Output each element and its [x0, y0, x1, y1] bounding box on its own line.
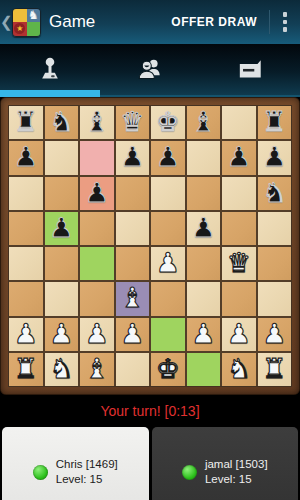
- square-a8[interactable]: ♜: [9, 106, 43, 139]
- black-knight: ♞: [262, 179, 286, 206]
- online-status-icon: [33, 465, 48, 480]
- back-icon[interactable]: ❮: [0, 0, 12, 44]
- action-bar: ❮ ♞ ★ Game OFFER DRAW: [0, 0, 300, 44]
- app-icon[interactable]: ♞ ★: [12, 8, 41, 37]
- square-g2[interactable]: ♟: [222, 318, 256, 351]
- app-icon-star-quadrant: ★: [13, 22, 27, 36]
- app-icon-knight-quadrant: ♞: [27, 9, 41, 23]
- square-d4[interactable]: [116, 247, 150, 280]
- turn-status-text: Your turn! [0:13]: [100, 403, 199, 419]
- square-a6[interactable]: [9, 177, 43, 210]
- tab-strip: [0, 44, 300, 97]
- square-e6[interactable]: [151, 177, 185, 210]
- app-icon-green-quadrant: [27, 22, 41, 36]
- square-h2[interactable]: ♟: [258, 318, 292, 351]
- square-e4[interactable]: ♟: [151, 247, 185, 280]
- black-pawn: ♟: [120, 143, 144, 170]
- square-g8[interactable]: [222, 106, 256, 139]
- square-b2[interactable]: ♟: [45, 318, 79, 351]
- black-rook: ♜: [262, 108, 286, 135]
- square-c2[interactable]: ♟: [80, 318, 114, 351]
- black-queen: ♛: [120, 108, 144, 135]
- square-f5[interactable]: ♟: [187, 212, 221, 245]
- square-h6[interactable]: ♞: [258, 177, 292, 210]
- square-a2[interactable]: ♟: [9, 318, 43, 351]
- square-a1[interactable]: ♜: [9, 353, 43, 386]
- white-bishop: ♝: [85, 355, 109, 382]
- square-c6[interactable]: ♟: [80, 177, 114, 210]
- offer-draw-button[interactable]: OFFER DRAW: [159, 0, 269, 44]
- square-e3[interactable]: [151, 282, 185, 315]
- player-name: jamal [1503]: [205, 457, 268, 472]
- square-c8[interactable]: ♝: [80, 106, 114, 139]
- square-f4[interactable]: [187, 247, 221, 280]
- square-g4[interactable]: ♛: [222, 247, 256, 280]
- square-h7[interactable]: ♟: [258, 141, 292, 174]
- white-king: ♚: [156, 355, 180, 382]
- chess-board: ♜♞♝♛♚♝♜♟♟♟♟♟♟♞♟♟♟♛♝♟♟♟♟♟♟♟♜♞♝♚♞♜: [8, 105, 292, 387]
- chess-board-frame: ♜♞♝♛♚♝♜♟♟♟♟♟♟♞♟♟♟♛♝♟♟♟♟♟♟♟♜♞♝♚♞♜: [0, 97, 300, 395]
- white-rook: ♜: [14, 355, 38, 382]
- people-icon: [135, 55, 165, 85]
- square-b8[interactable]: ♞: [45, 106, 79, 139]
- tab-chat[interactable]: [200, 44, 300, 95]
- square-d3[interactable]: ♝: [116, 282, 150, 315]
- square-d2[interactable]: ♟: [116, 318, 150, 351]
- square-c4[interactable]: [80, 247, 114, 280]
- player-card-white: Chris [1469] Level: 15: [2, 427, 149, 500]
- square-b1[interactable]: ♞: [45, 353, 79, 386]
- player-name: Chris [1469]: [56, 457, 118, 472]
- player-level: Level: 15: [56, 472, 118, 487]
- black-pawn: ♟: [227, 143, 251, 170]
- status-bar: Your turn! [0:13]: [0, 395, 300, 427]
- black-pawn: ♟: [191, 214, 215, 241]
- square-a7[interactable]: ♟: [9, 141, 43, 174]
- black-pawn: ♟: [14, 143, 38, 170]
- square-e1[interactable]: ♚: [151, 353, 185, 386]
- white-pawn: ♟: [262, 320, 286, 347]
- white-rook: ♜: [262, 355, 286, 382]
- square-b6[interactable]: [45, 177, 79, 210]
- black-pawn: ♟: [262, 143, 286, 170]
- square-d8[interactable]: ♛: [116, 106, 150, 139]
- chat-icon: [235, 55, 265, 85]
- square-g1[interactable]: ♞: [222, 353, 256, 386]
- page-title: Game: [49, 12, 159, 32]
- black-pawn: ♟: [85, 179, 109, 206]
- black-rook: ♜: [14, 108, 38, 135]
- square-f7[interactable]: [187, 141, 221, 174]
- player-cards: Chris [1469] Level: 15 jamal [1503] Leve…: [0, 427, 300, 500]
- square-f1[interactable]: [187, 353, 221, 386]
- white-queen: ♛: [227, 249, 251, 276]
- square-f6[interactable]: [187, 177, 221, 210]
- square-g7[interactable]: ♟: [222, 141, 256, 174]
- app-icon-gold-quadrant: [13, 9, 27, 23]
- square-e8[interactable]: ♚: [151, 106, 185, 139]
- square-f8[interactable]: ♝: [187, 106, 221, 139]
- square-d5[interactable]: [116, 212, 150, 245]
- white-pawn: ♟: [227, 320, 251, 347]
- white-pawn: ♟: [49, 320, 73, 347]
- square-e7[interactable]: ♟: [151, 141, 185, 174]
- player-card-black: jamal [1503] Level: 15: [152, 427, 299, 500]
- square-a3[interactable]: [9, 282, 43, 315]
- square-h5[interactable]: [258, 212, 292, 245]
- square-f3[interactable]: [187, 282, 221, 315]
- white-bishop: ♝: [120, 284, 144, 311]
- tab-players[interactable]: [100, 44, 200, 95]
- white-knight: ♞: [227, 355, 251, 382]
- white-knight: ♞: [49, 355, 73, 382]
- player-level: Level: 15: [205, 472, 268, 487]
- online-status-icon: [182, 465, 197, 480]
- square-a5[interactable]: [9, 212, 43, 245]
- square-h8[interactable]: ♜: [258, 106, 292, 139]
- black-knight: ♞: [49, 108, 73, 135]
- square-e5[interactable]: [151, 212, 185, 245]
- joystick-icon: [35, 55, 65, 85]
- tab-game[interactable]: [0, 44, 100, 95]
- square-b3[interactable]: [45, 282, 79, 315]
- square-b7[interactable]: [45, 141, 79, 174]
- square-d6[interactable]: [116, 177, 150, 210]
- square-d1[interactable]: [116, 353, 150, 386]
- star-icon: ★: [16, 25, 23, 33]
- square-c1[interactable]: ♝: [80, 353, 114, 386]
- square-a4[interactable]: [9, 247, 43, 280]
- square-g6[interactable]: [222, 177, 256, 210]
- black-pawn: ♟: [156, 143, 180, 170]
- white-pawn: ♟: [14, 320, 38, 347]
- square-b5[interactable]: ♟: [45, 212, 79, 245]
- square-d7[interactable]: ♟: [116, 141, 150, 174]
- square-b4[interactable]: [45, 247, 79, 280]
- white-pawn: ♟: [85, 320, 109, 347]
- white-pawn: ♟: [156, 249, 180, 276]
- square-h1[interactable]: ♜: [258, 353, 292, 386]
- square-h4[interactable]: [258, 247, 292, 280]
- white-pawn: ♟: [120, 320, 144, 347]
- square-c5[interactable]: [80, 212, 114, 245]
- square-g3[interactable]: [222, 282, 256, 315]
- square-g5[interactable]: [222, 212, 256, 245]
- square-c3[interactable]: [80, 282, 114, 315]
- square-c7[interactable]: [80, 141, 114, 174]
- knight-icon: ♞: [28, 9, 39, 21]
- square-e2[interactable]: [151, 318, 185, 351]
- black-bishop: ♝: [191, 108, 215, 135]
- black-pawn: ♟: [49, 214, 73, 241]
- white-pawn: ♟: [191, 320, 215, 347]
- overflow-menu-icon[interactable]: [270, 0, 300, 44]
- square-h3[interactable]: [258, 282, 292, 315]
- black-king: ♚: [156, 108, 180, 135]
- square-f2[interactable]: ♟: [187, 318, 221, 351]
- black-bishop: ♝: [85, 108, 109, 135]
